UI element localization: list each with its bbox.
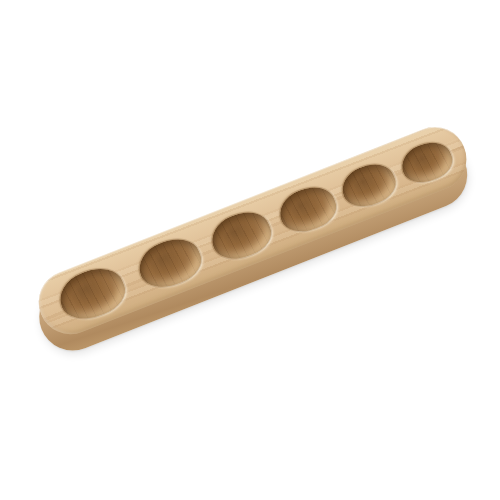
pit-cell-5 <box>336 157 401 213</box>
pit-cell-2 <box>132 231 207 295</box>
photo-canvas <box>0 0 500 500</box>
pit-grid <box>40 121 465 339</box>
pit-6[interactable] <box>396 136 457 189</box>
pit-1[interactable] <box>53 260 131 327</box>
pit-4[interactable] <box>273 180 341 239</box>
pit-cell-1 <box>53 260 131 327</box>
pit-2[interactable] <box>132 231 207 295</box>
pit-cell-3 <box>205 204 277 266</box>
board-top-face <box>29 117 476 343</box>
pit-cell-6 <box>396 136 457 189</box>
pit-5[interactable] <box>336 157 401 213</box>
pit-cell-4 <box>273 180 341 239</box>
mancala-board <box>29 117 482 358</box>
pit-3[interactable] <box>205 204 277 266</box>
